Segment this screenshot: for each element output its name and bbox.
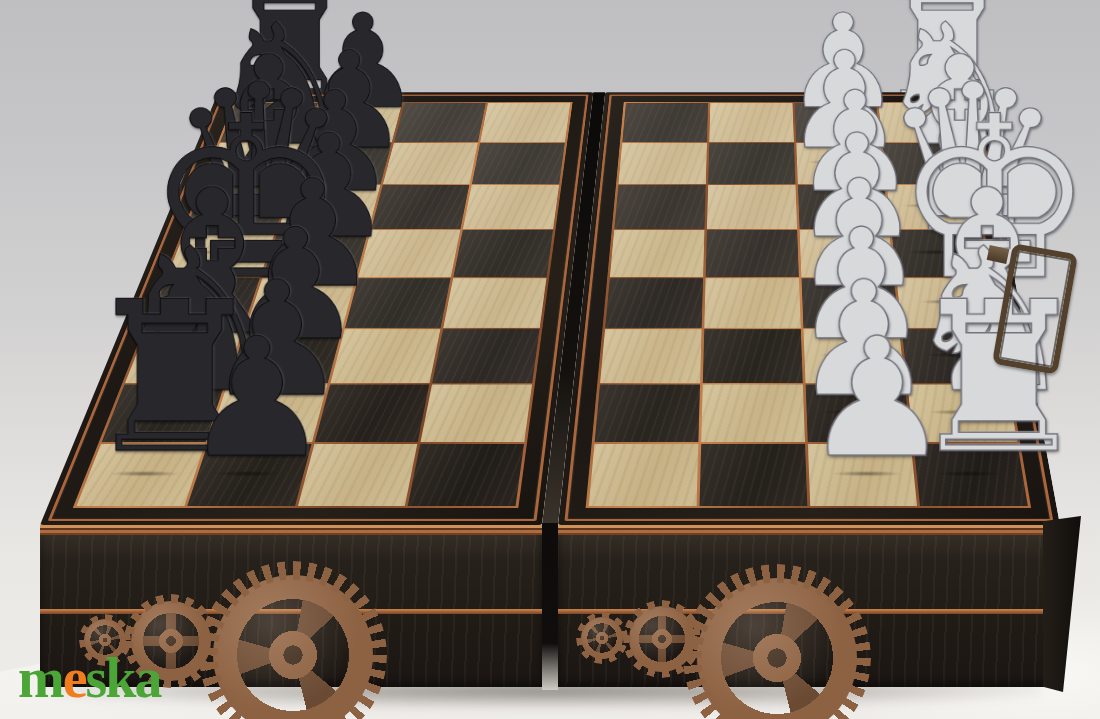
square-f4[interactable] bbox=[600, 329, 701, 382]
square-d4[interactable] bbox=[610, 230, 704, 277]
square-c5[interactable] bbox=[463, 185, 559, 229]
square-f5[interactable] bbox=[433, 329, 540, 382]
watermark-meska: meska bbox=[18, 648, 160, 710]
gear-teeth bbox=[576, 612, 628, 664]
square-b5[interactable] bbox=[472, 143, 565, 184]
square-h6[interactable] bbox=[298, 444, 418, 506]
square-h2[interactable] bbox=[807, 444, 917, 506]
square-grid bbox=[586, 102, 1031, 508]
square-a6[interactable] bbox=[394, 103, 486, 141]
square-d6[interactable] bbox=[358, 230, 460, 277]
square-f6[interactable] bbox=[330, 329, 440, 382]
square-g8[interactable] bbox=[102, 385, 225, 442]
square-e4[interactable] bbox=[605, 278, 703, 328]
watermark-letter: a bbox=[134, 647, 160, 709]
watermark-letter: e bbox=[63, 647, 86, 709]
square-e2[interactable] bbox=[801, 278, 899, 328]
square-c6[interactable] bbox=[371, 185, 470, 229]
square-b7[interactable] bbox=[293, 143, 391, 184]
box-front-right bbox=[558, 525, 1060, 687]
gear-icon bbox=[213, 575, 373, 719]
gear-teeth bbox=[683, 564, 870, 719]
square-d5[interactable] bbox=[454, 230, 553, 277]
square-f7[interactable] bbox=[228, 329, 342, 382]
chess-board: ♜♞♝♛♚♝♞♜♟♟♟♟♟♟♟♟♟♟♟♟♟♟♟♟♜♞♝♛♚♝♞♜ bbox=[40, 92, 1060, 525]
square-h8[interactable] bbox=[77, 444, 205, 506]
square-f2[interactable] bbox=[803, 329, 905, 382]
square-e3[interactable] bbox=[704, 278, 800, 328]
square-h5[interactable] bbox=[408, 444, 524, 506]
square-g3[interactable] bbox=[701, 385, 804, 442]
gear-icon bbox=[697, 578, 857, 719]
square-b8[interactable] bbox=[204, 143, 305, 184]
square-g7[interactable] bbox=[208, 385, 327, 442]
watermark-letter: m bbox=[18, 647, 63, 709]
square-e8[interactable] bbox=[147, 278, 260, 328]
square-h4[interactable] bbox=[589, 444, 698, 506]
square-h3[interactable] bbox=[699, 444, 807, 506]
watermark-letter: k bbox=[105, 647, 134, 709]
square-e6[interactable] bbox=[345, 278, 451, 328]
watermark-letter: s bbox=[86, 647, 106, 709]
square-d7[interactable] bbox=[263, 230, 368, 277]
square-c7[interactable] bbox=[278, 185, 380, 229]
square-d8[interactable] bbox=[167, 230, 275, 277]
square-e7[interactable] bbox=[246, 278, 355, 328]
square-b1[interactable] bbox=[883, 143, 974, 184]
square-g1[interactable] bbox=[908, 385, 1017, 442]
copper-trim-top bbox=[40, 525, 542, 535]
square-e5[interactable] bbox=[443, 278, 546, 328]
square-d1[interactable] bbox=[892, 230, 990, 277]
square-c1[interactable] bbox=[887, 185, 981, 229]
square-b3[interactable] bbox=[708, 143, 795, 184]
board-half-right bbox=[558, 92, 1060, 525]
square-h7[interactable] bbox=[187, 444, 311, 506]
square-c8[interactable] bbox=[186, 185, 290, 229]
square-g5[interactable] bbox=[421, 385, 532, 442]
square-a8[interactable] bbox=[220, 103, 317, 141]
copper-trim-top bbox=[558, 525, 1060, 535]
square-a1[interactable] bbox=[879, 103, 967, 141]
square-c3[interactable] bbox=[707, 185, 797, 229]
square-e1[interactable] bbox=[897, 278, 998, 328]
square-a4[interactable] bbox=[622, 103, 708, 141]
square-d3[interactable] bbox=[705, 230, 798, 277]
square-b2[interactable] bbox=[796, 143, 885, 184]
square-f8[interactable] bbox=[125, 329, 242, 382]
gear-teeth bbox=[199, 561, 386, 719]
square-g2[interactable] bbox=[805, 385, 911, 442]
square-a3[interactable] bbox=[709, 103, 793, 141]
square-g4[interactable] bbox=[595, 385, 700, 442]
square-b4[interactable] bbox=[618, 143, 706, 184]
square-f3[interactable] bbox=[703, 329, 803, 382]
square-b6[interactable] bbox=[383, 143, 478, 184]
square-c4[interactable] bbox=[614, 185, 705, 229]
square-a7[interactable] bbox=[307, 103, 402, 141]
square-c2[interactable] bbox=[797, 185, 889, 229]
square-d2[interactable] bbox=[799, 230, 894, 277]
gear-icon bbox=[581, 617, 623, 659]
square-f1[interactable] bbox=[902, 329, 1007, 382]
square-a2[interactable] bbox=[794, 103, 880, 141]
square-h1[interactable] bbox=[914, 444, 1028, 506]
photo-scene: ♜♞♝♛♚♝♞♜♟♟♟♟♟♟♟♟♟♟♟♟♟♟♟♟♜♞♝♛♚♝♞♜ meska bbox=[0, 0, 1100, 719]
square-g6[interactable] bbox=[314, 385, 429, 442]
fold-gap bbox=[542, 523, 558, 690]
square-a5[interactable] bbox=[481, 103, 571, 141]
